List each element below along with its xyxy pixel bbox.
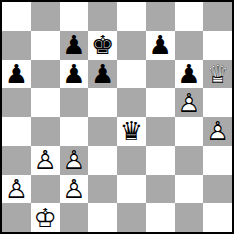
square-e4[interactable]: ♛ [117, 117, 146, 146]
piece-solid-layer: ♟ [60, 60, 89, 89]
square-b8[interactable] [31, 2, 60, 31]
square-f6[interactable] [146, 60, 175, 89]
piece-outline-layer: ♙ [60, 146, 89, 175]
square-d2[interactable] [88, 175, 117, 204]
square-b6[interactable] [31, 60, 60, 89]
square-e1[interactable] [117, 203, 146, 232]
square-h8[interactable] [203, 2, 232, 31]
square-h7[interactable] [203, 31, 232, 60]
square-a5[interactable] [2, 88, 31, 117]
piece-white-king-icon[interactable]: ♚♔ [31, 203, 60, 232]
square-e5[interactable] [117, 88, 146, 117]
piece-black-queen-icon[interactable]: ♛ [117, 117, 146, 146]
square-d6[interactable]: ♟ [88, 60, 117, 89]
square-b2[interactable] [31, 175, 60, 204]
square-h3[interactable] [203, 146, 232, 175]
piece-solid-layer: ♟ [2, 60, 31, 89]
square-d7[interactable]: ♚ [88, 31, 117, 60]
piece-black-pawn-icon[interactable]: ♟ [146, 31, 175, 60]
piece-outline-layer: ♔ [31, 203, 60, 232]
square-a1[interactable] [2, 203, 31, 232]
square-g8[interactable] [175, 2, 204, 31]
square-g4[interactable] [175, 117, 204, 146]
square-e2[interactable] [117, 175, 146, 204]
piece-solid-layer: ♚ [88, 31, 117, 60]
square-d1[interactable] [88, 203, 117, 232]
square-a6[interactable]: ♟ [2, 60, 31, 89]
square-a8[interactable] [2, 2, 31, 31]
square-f7[interactable]: ♟ [146, 31, 175, 60]
piece-solid-layer: ♛ [117, 117, 146, 146]
piece-outline-layer: ♙ [2, 175, 31, 204]
square-d5[interactable] [88, 88, 117, 117]
piece-black-pawn-icon[interactable]: ♟ [175, 60, 204, 89]
square-h1[interactable] [203, 203, 232, 232]
piece-solid-layer: ♟ [175, 60, 204, 89]
square-h2[interactable] [203, 175, 232, 204]
piece-black-pawn-icon[interactable]: ♟ [88, 60, 117, 89]
square-a7[interactable] [2, 31, 31, 60]
square-e3[interactable] [117, 146, 146, 175]
chess-board: ♟♚♟♟♟♟♟♛♕♟♙♛♟♙♟♙♟♙♟♙♟♙♚♔ [0, 0, 234, 234]
piece-solid-layer: ♟ [146, 31, 175, 60]
square-a4[interactable] [2, 117, 31, 146]
square-e6[interactable] [117, 60, 146, 89]
square-c2[interactable]: ♟♙ [60, 175, 89, 204]
piece-white-pawn-icon[interactable]: ♟♙ [60, 175, 89, 204]
square-f2[interactable] [146, 175, 175, 204]
piece-outline-layer: ♙ [203, 117, 232, 146]
square-d3[interactable] [88, 146, 117, 175]
square-b5[interactable] [31, 88, 60, 117]
square-b1[interactable]: ♚♔ [31, 203, 60, 232]
square-f5[interactable] [146, 88, 175, 117]
square-g5[interactable]: ♟♙ [175, 88, 204, 117]
piece-white-pawn-icon[interactable]: ♟♙ [175, 88, 204, 117]
square-b3[interactable]: ♟♙ [31, 146, 60, 175]
piece-solid-layer: ♟ [60, 31, 89, 60]
square-c3[interactable]: ♟♙ [60, 146, 89, 175]
square-d8[interactable] [88, 2, 117, 31]
piece-outline-layer: ♙ [175, 88, 204, 117]
piece-white-pawn-icon[interactable]: ♟♙ [203, 117, 232, 146]
square-h4[interactable]: ♟♙ [203, 117, 232, 146]
square-c6[interactable]: ♟ [60, 60, 89, 89]
square-a3[interactable] [2, 146, 31, 175]
square-e7[interactable] [117, 31, 146, 60]
piece-solid-layer: ♟ [88, 60, 117, 89]
square-f3[interactable] [146, 146, 175, 175]
piece-black-pawn-icon[interactable]: ♟ [60, 60, 89, 89]
square-d4[interactable] [88, 117, 117, 146]
square-g2[interactable] [175, 175, 204, 204]
square-c4[interactable] [60, 117, 89, 146]
square-g6[interactable]: ♟ [175, 60, 204, 89]
square-f1[interactable] [146, 203, 175, 232]
square-f4[interactable] [146, 117, 175, 146]
square-g1[interactable] [175, 203, 204, 232]
piece-outline-layer: ♙ [60, 175, 89, 204]
square-g7[interactable] [175, 31, 204, 60]
square-c5[interactable] [60, 88, 89, 117]
piece-outline-layer: ♙ [31, 146, 60, 175]
square-b7[interactable] [31, 31, 60, 60]
square-c8[interactable] [60, 2, 89, 31]
piece-outline-layer: ♕ [203, 60, 232, 89]
square-c7[interactable]: ♟ [60, 31, 89, 60]
piece-black-pawn-icon[interactable]: ♟ [2, 60, 31, 89]
square-a2[interactable]: ♟♙ [2, 175, 31, 204]
square-c1[interactable] [60, 203, 89, 232]
piece-black-pawn-icon[interactable]: ♟ [60, 31, 89, 60]
piece-white-pawn-icon[interactable]: ♟♙ [31, 146, 60, 175]
square-e8[interactable] [117, 2, 146, 31]
square-f8[interactable] [146, 2, 175, 31]
piece-white-pawn-icon[interactable]: ♟♙ [60, 146, 89, 175]
piece-white-pawn-icon[interactable]: ♟♙ [2, 175, 31, 204]
square-h5[interactable] [203, 88, 232, 117]
piece-black-king-icon[interactable]: ♚ [88, 31, 117, 60]
square-g3[interactable] [175, 146, 204, 175]
piece-white-queen-icon[interactable]: ♛♕ [203, 60, 232, 89]
square-h6[interactable]: ♛♕ [203, 60, 232, 89]
square-b4[interactable] [31, 117, 60, 146]
